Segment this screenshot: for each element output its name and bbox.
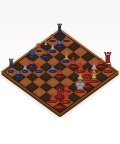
product-photo-chess-set: ♜♞♝♛♚♜♞♝♟♟♟♟♟♟♟♟♜♝♛♚♞♜♞♝♟♟♟♟♟♟♟♟ — [0, 0, 120, 144]
blue-piece-base — [15, 75, 22, 77]
rook-glyph: ♜ — [40, 87, 80, 106]
red-piece-base — [54, 105, 64, 109]
